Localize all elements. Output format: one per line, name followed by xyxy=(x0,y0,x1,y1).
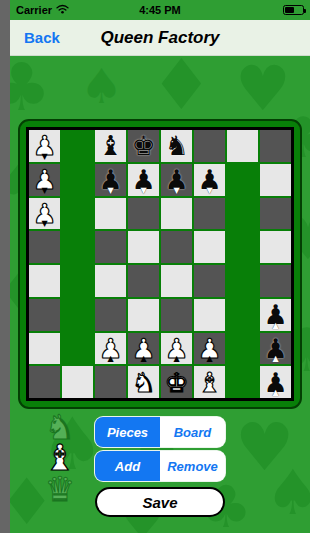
black-pawn-icon: ♟ xyxy=(263,301,287,328)
black-bishop-icon: ♝ xyxy=(98,132,122,159)
square-e4[interactable] xyxy=(161,265,192,297)
square-d8[interactable]: ♚ xyxy=(128,130,159,162)
segment-add[interactable]: Add xyxy=(95,451,160,481)
black-pawn-icon: ♟ xyxy=(98,166,122,193)
heart-suit-icon: ♥ xyxy=(235,415,294,481)
black-pawn-icon: ♟ xyxy=(263,369,287,396)
square-d2[interactable]: ♟▲ xyxy=(128,333,159,365)
square-f3[interactable] xyxy=(194,299,225,331)
white-pawn-icon: ♟ xyxy=(98,335,122,362)
removed-square-b2[interactable] xyxy=(62,333,93,365)
square-h4[interactable] xyxy=(260,265,291,297)
square-e1[interactable]: ♚ xyxy=(161,366,192,398)
spade-suit-icon: ♠ xyxy=(80,62,123,110)
removed-square-b5[interactable] xyxy=(62,231,93,263)
removed-square-g2[interactable] xyxy=(227,333,258,365)
square-h8[interactable] xyxy=(260,130,291,162)
battery-icon xyxy=(283,5,304,15)
segmented-pieces-board: Pieces Board xyxy=(95,417,225,447)
square-h2[interactable]: ♟▲ xyxy=(260,333,291,365)
square-c2[interactable]: ♟▲ xyxy=(95,333,126,365)
square-e5[interactable] xyxy=(161,231,192,263)
square-f7[interactable]: ♟▼ xyxy=(194,164,225,196)
segment-remove[interactable]: Remove xyxy=(160,451,225,481)
square-f6[interactable] xyxy=(194,198,225,230)
square-c5[interactable] xyxy=(95,231,126,263)
square-d1[interactable]: ♞ xyxy=(128,366,159,398)
square-h6[interactable] xyxy=(260,198,291,230)
removed-square-g6[interactable] xyxy=(227,198,258,230)
segment-pieces[interactable]: Pieces xyxy=(95,417,160,447)
white-king-icon: ♚ xyxy=(164,369,188,396)
white-pawn-icon: ♟ xyxy=(32,132,56,159)
removed-square-b7[interactable] xyxy=(62,164,93,196)
black-pawn-icon: ♟ xyxy=(197,166,221,193)
black-pawn-icon: ♟ xyxy=(263,335,287,362)
square-e2[interactable]: ♟▲ xyxy=(161,333,192,365)
square-a3[interactable] xyxy=(29,299,60,331)
square-a5[interactable] xyxy=(29,231,60,263)
square-c3[interactable] xyxy=(95,299,126,331)
white-knight-icon: ♞ xyxy=(131,369,155,396)
segmented-add-remove: Add Remove xyxy=(95,451,225,481)
square-c4[interactable] xyxy=(95,265,126,297)
square-f2[interactable]: ♟▲ xyxy=(194,333,225,365)
square-c7[interactable]: ♟▼ xyxy=(95,164,126,196)
square-f8[interactable] xyxy=(194,130,225,162)
black-pawn-icon: ♟ xyxy=(164,166,188,193)
board: ♟▼♝♚♞♟▼♟▼♟▼♟▼♟▼♟▼♟▲♟▲♟▲♟▲♟▲♟▲♞♚♝♟▲ xyxy=(18,119,302,409)
square-a2[interactable] xyxy=(29,333,60,365)
removed-square-b8[interactable] xyxy=(62,130,93,162)
square-h1[interactable]: ♟▲ xyxy=(260,366,291,398)
wifi-icon xyxy=(56,4,69,16)
white-bishop-icon: ♝ xyxy=(197,369,221,396)
removed-square-b6[interactable] xyxy=(62,198,93,230)
square-d4[interactable] xyxy=(128,265,159,297)
square-a7[interactable]: ♟▼ xyxy=(29,164,60,196)
removed-square-g1[interactable] xyxy=(227,366,258,398)
white-pawn-icon: ♟ xyxy=(197,335,221,362)
square-d7[interactable]: ♟▼ xyxy=(128,164,159,196)
square-d5[interactable] xyxy=(128,231,159,263)
picker-knight-icon[interactable]: ♞ xyxy=(45,410,75,444)
square-a8[interactable]: ♟▼ xyxy=(29,130,60,162)
square-e8[interactable]: ♞ xyxy=(161,130,192,162)
white-pawn-icon: ♟ xyxy=(32,166,56,193)
removed-square-b3[interactable] xyxy=(62,299,93,331)
removed-square-g7[interactable] xyxy=(227,164,258,196)
square-d3[interactable] xyxy=(128,299,159,331)
diamond-suit-icon: ♦ xyxy=(150,50,213,120)
black-king-icon: ♚ xyxy=(131,132,155,159)
removed-square-g4[interactable] xyxy=(227,265,258,297)
square-e7[interactable]: ♟▼ xyxy=(161,164,192,196)
status-bar: Carrier 4:45 PM xyxy=(10,0,310,20)
square-c8[interactable]: ♝ xyxy=(95,130,126,162)
square-e6[interactable] xyxy=(161,198,192,230)
save-button[interactable]: Save xyxy=(95,487,225,517)
square-h7[interactable] xyxy=(260,164,291,196)
square-f1[interactable]: ♝ xyxy=(194,366,225,398)
piece-picker[interactable]: ♞♝♛ xyxy=(34,412,86,504)
square-f5[interactable] xyxy=(194,231,225,263)
square-c6[interactable] xyxy=(95,198,126,230)
app-screen: ♣♠♦♥♣♠♦♥♣♠♦♥♣♠♦♥ Carrier 4:45 PM Back Qu… xyxy=(10,0,310,533)
picker-queen-icon[interactable]: ♛ xyxy=(45,472,75,506)
removed-square-g5[interactable] xyxy=(227,231,258,263)
square-a4[interactable] xyxy=(29,265,60,297)
white-pawn-icon: ♟ xyxy=(164,335,188,362)
carrier-label: Carrier xyxy=(16,4,52,16)
square-a1[interactable] xyxy=(29,366,60,398)
spade-suit-icon: ♠ xyxy=(265,462,310,524)
white-pawn-icon: ♟ xyxy=(32,200,56,227)
square-g8[interactable] xyxy=(227,130,258,162)
club-suit-icon: ♣ xyxy=(10,55,51,121)
square-c1[interactable] xyxy=(95,366,126,398)
square-h5[interactable] xyxy=(260,231,291,263)
square-e3[interactable] xyxy=(161,299,192,331)
square-d6[interactable] xyxy=(128,198,159,230)
square-f4[interactable] xyxy=(194,265,225,297)
removed-square-g3[interactable] xyxy=(227,299,258,331)
square-h3[interactable]: ♟▲ xyxy=(260,299,291,331)
square-a6[interactable]: ♟▼ xyxy=(29,198,60,230)
black-knight-icon: ♞ xyxy=(164,132,188,159)
time-label: 4:45 PM xyxy=(106,4,214,16)
segment-board[interactable]: Board xyxy=(160,417,225,447)
white-pawn-icon: ♟ xyxy=(131,335,155,362)
back-button[interactable]: Back xyxy=(24,29,60,46)
removed-square-b4[interactable] xyxy=(62,265,93,297)
square-b1[interactable] xyxy=(62,366,93,398)
heart-suit-icon: ♥ xyxy=(235,58,291,120)
board-grid: ♟▼♝♚♞♟▼♟▼♟▼♟▼♟▼♟▼♟▲♟▲♟▲♟▲♟▲♟▲♞♚♝♟▲ xyxy=(26,127,294,401)
nav-bar: Back Queen Factory xyxy=(10,20,310,56)
black-pawn-icon: ♟ xyxy=(131,166,155,193)
